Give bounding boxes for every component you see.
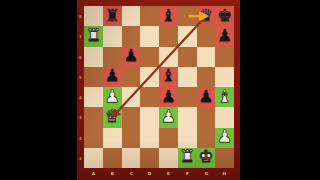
square-a8[interactable]: [84, 6, 103, 26]
square-f8[interactable]: [178, 6, 197, 26]
square-d1[interactable]: [140, 148, 159, 168]
file-label-a: A: [89, 171, 97, 176]
square-h8[interactable]: ♚: [215, 6, 234, 26]
square-c7[interactable]: [122, 26, 141, 46]
square-c4[interactable]: [122, 87, 141, 107]
rank-label-2: 2: [79, 134, 82, 142]
white-pawn-b4: ♟: [105, 88, 120, 105]
black-bishop-e5: ♝: [161, 67, 176, 84]
square-e2[interactable]: [159, 128, 178, 148]
white-rook-f1: ♜: [180, 148, 195, 165]
square-a4[interactable]: [84, 87, 103, 107]
square-c3[interactable]: [122, 107, 141, 127]
square-b8[interactable]: ♜: [103, 6, 122, 26]
white-pawn-h2: ♟: [217, 128, 232, 145]
file-labels: ABCDEFGH: [84, 168, 234, 179]
rank-label-8: 8: [79, 12, 82, 20]
black-pawn-g4: ♟: [198, 88, 213, 105]
square-a2[interactable]: [84, 128, 103, 148]
square-a3[interactable]: [84, 107, 103, 127]
black-pawn-b5: ♟: [105, 67, 120, 84]
square-h2[interactable]: ♟: [215, 128, 234, 148]
black-bishop-e8: ♝: [161, 7, 176, 24]
square-e3[interactable]: ♟: [159, 107, 178, 127]
rank-label-3: 3: [79, 113, 82, 121]
square-e4[interactable]: ♟: [159, 87, 178, 107]
white-bishop-h4: ♝: [217, 88, 232, 105]
square-a7[interactable]: ♜: [84, 26, 103, 46]
square-h6[interactable]: [215, 47, 234, 67]
square-b7[interactable]: [103, 26, 122, 46]
file-label-c: C: [127, 171, 135, 176]
file-label-g: G: [202, 171, 210, 176]
square-e7[interactable]: [159, 26, 178, 46]
chess-board: 87654321 ♜♝♛♚♜♟♟♟♝♟♟♟♝♛♟♟♜♚ ABCDEFGH: [77, 0, 240, 180]
square-e5[interactable]: ♝: [159, 67, 178, 87]
square-f6[interactable]: [178, 47, 197, 67]
square-f7[interactable]: [178, 26, 197, 46]
square-a6[interactable]: [84, 47, 103, 67]
file-label-b: B: [108, 171, 116, 176]
square-c6[interactable]: ♟: [122, 47, 141, 67]
square-d2[interactable]: [140, 128, 159, 148]
rank-label-7: 7: [79, 32, 82, 40]
square-f2[interactable]: [178, 128, 197, 148]
rank-label-1: 1: [79, 154, 82, 162]
file-label-f: F: [183, 171, 191, 176]
square-d7[interactable]: [140, 26, 159, 46]
black-queen-g8: ♛: [198, 7, 213, 24]
square-b4[interactable]: ♟: [103, 87, 122, 107]
square-g4[interactable]: ♟: [197, 87, 216, 107]
black-king-h8: ♚: [217, 7, 232, 24]
square-e1[interactable]: [159, 148, 178, 168]
square-c2[interactable]: [122, 128, 141, 148]
square-h1[interactable]: [215, 148, 234, 168]
square-h7[interactable]: ♟: [215, 26, 234, 46]
square-c8[interactable]: [122, 6, 141, 26]
black-pawn-c6: ♟: [123, 47, 138, 64]
rank-label-4: 4: [79, 93, 82, 101]
square-h4[interactable]: ♝: [215, 87, 234, 107]
square-g6[interactable]: [197, 47, 216, 67]
square-e8[interactable]: ♝: [159, 6, 178, 26]
white-rook-a7: ♜: [86, 27, 101, 44]
square-d3[interactable]: [140, 107, 159, 127]
white-pawn-e3: ♟: [161, 108, 176, 125]
white-king-g1: ♚: [198, 148, 213, 165]
square-b5[interactable]: ♟: [103, 67, 122, 87]
square-d4[interactable]: [140, 87, 159, 107]
rank-label-6: 6: [79, 53, 82, 61]
white-queen-b3: ♛: [105, 108, 120, 125]
square-b3[interactable]: ♛: [103, 107, 122, 127]
square-c5[interactable]: [122, 67, 141, 87]
square-g1[interactable]: ♚: [197, 148, 216, 168]
file-label-d: D: [146, 171, 154, 176]
square-g2[interactable]: [197, 128, 216, 148]
file-label-h: H: [221, 171, 229, 176]
square-d8[interactable]: [140, 6, 159, 26]
square-b2[interactable]: [103, 128, 122, 148]
square-c1[interactable]: [122, 148, 141, 168]
rank-labels: 87654321: [77, 6, 84, 168]
file-label-e: E: [164, 171, 172, 176]
square-d6[interactable]: [140, 47, 159, 67]
square-a1[interactable]: [84, 148, 103, 168]
black-rook-b8: ♜: [105, 7, 120, 24]
square-g3[interactable]: [197, 107, 216, 127]
square-f4[interactable]: [178, 87, 197, 107]
square-d5[interactable]: [140, 67, 159, 87]
square-f5[interactable]: [178, 67, 197, 87]
square-h3[interactable]: [215, 107, 234, 127]
black-pawn-e4: ♟: [161, 88, 176, 105]
thumbnail-canvas: 87654321 ♜♝♛♚♜♟♟♟♝♟♟♟♝♛♟♟♜♚ ABCDEFGH: [0, 0, 320, 180]
board-squares: ♜♝♛♚♜♟♟♟♝♟♟♟♝♛♟♟♜♚: [84, 6, 234, 168]
square-b1[interactable]: [103, 148, 122, 168]
square-g5[interactable]: [197, 67, 216, 87]
black-pawn-h7: ♟: [217, 27, 232, 44]
square-e6[interactable]: [159, 47, 178, 67]
square-f1[interactable]: ♜: [178, 148, 197, 168]
rank-label-5: 5: [79, 73, 82, 81]
square-h5[interactable]: [215, 67, 234, 87]
square-a5[interactable]: [84, 67, 103, 87]
square-b6[interactable]: [103, 47, 122, 67]
square-g7[interactable]: [197, 26, 216, 46]
square-g8[interactable]: ♛: [197, 6, 216, 26]
square-f3[interactable]: [178, 107, 197, 127]
